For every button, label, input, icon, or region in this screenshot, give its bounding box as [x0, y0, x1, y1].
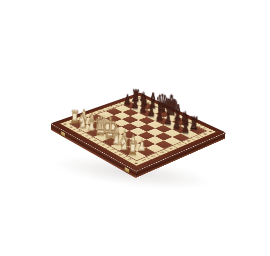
- piece-white-rook-h1: ♜: [127, 139, 139, 158]
- camera-tilt: abcdefgh abcdefgh 87654321 87654321 ◆ ◆ …: [0, 0, 270, 256]
- product-photo: abcdefgh abcdefgh 87654321 87654321 ◆ ◆ …: [0, 0, 270, 256]
- piece-black-pawn-h7: ♟: [180, 120, 191, 135]
- scene: abcdefgh abcdefgh 87654321 87654321 ◆ ◆ …: [0, 0, 270, 256]
- chess-board: abcdefgh abcdefgh 87654321 87654321 ◆ ◆ …: [51, 92, 226, 171]
- square-e5: [138, 124, 155, 132]
